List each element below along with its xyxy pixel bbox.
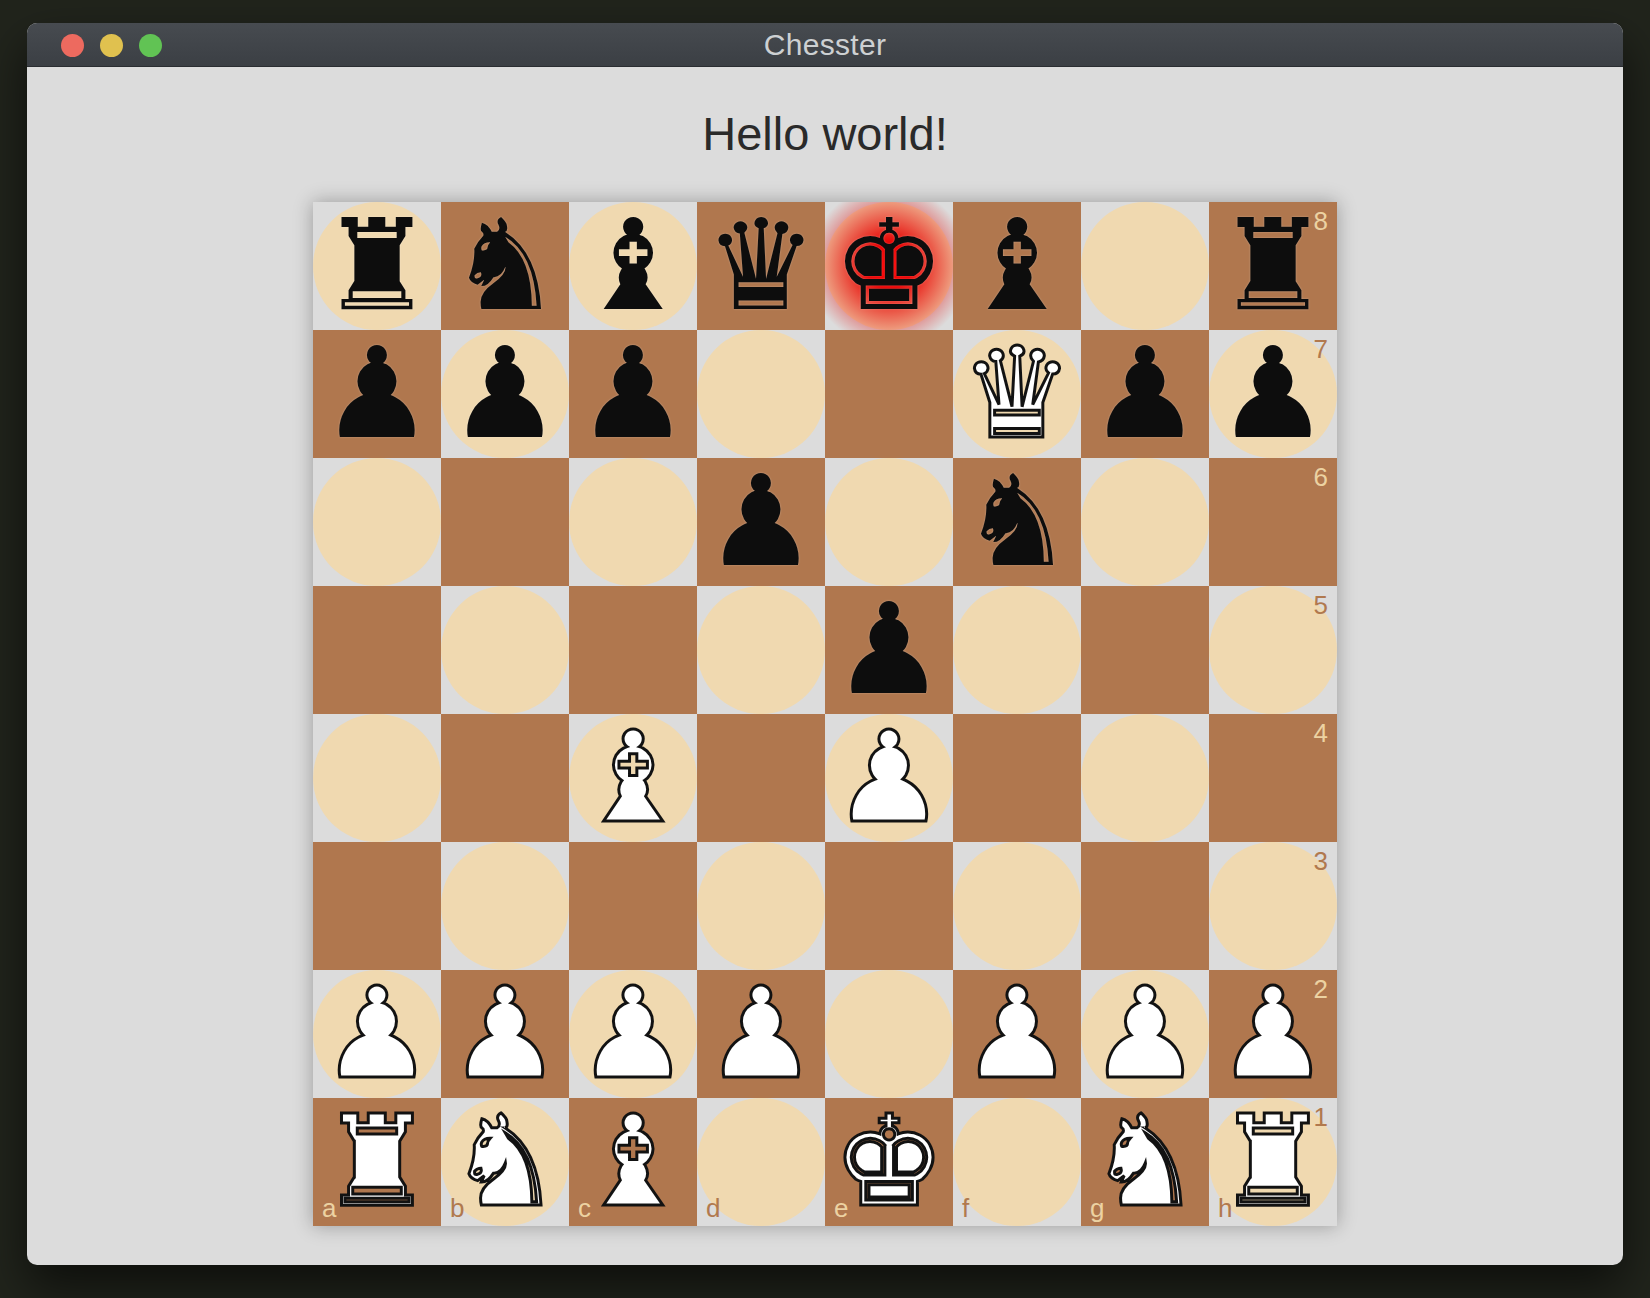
coord-rank-6: 6 [1314, 464, 1328, 490]
piece-black-rook[interactable]: ♜ [321, 202, 434, 330]
piece-black-pawn[interactable]: ♟ [1217, 330, 1330, 458]
square-e1[interactable]: e♚ [825, 1098, 953, 1226]
square-g8[interactable] [1081, 202, 1209, 330]
coord-file-a: a [322, 1195, 336, 1221]
piece-black-king[interactable]: ♚ [833, 202, 946, 330]
square-c6[interactable] [569, 458, 697, 586]
square-c7[interactable]: ♟ [569, 330, 697, 458]
square-a7[interactable]: ♟ [313, 330, 441, 458]
square-h8[interactable]: 8♜ [1209, 202, 1337, 330]
piece-white-pawn[interactable]: ♟ [833, 714, 946, 842]
square-e6[interactable] [825, 458, 953, 586]
square-c5[interactable] [569, 586, 697, 714]
square-h3[interactable]: 3 [1209, 842, 1337, 970]
piece-white-knight[interactable]: ♞ [1089, 1098, 1202, 1226]
square-e5[interactable]: ♟ [825, 586, 953, 714]
zoom-button[interactable] [139, 34, 162, 57]
app-window: Chesster Hello world! ♜♞♝♛♚♝8♜♟♟♟♛♟7♟♟♞6… [27, 23, 1623, 1265]
piece-black-pawn[interactable]: ♟ [449, 330, 562, 458]
square-d3[interactable] [697, 842, 825, 970]
close-button[interactable] [61, 34, 84, 57]
coord-file-b: b [450, 1195, 464, 1221]
coord-rank-8: 8 [1314, 208, 1328, 234]
chess-board: ♜♞♝♛♚♝8♜♟♟♟♛♟7♟♟♞6♟5♝♟43♟♟♟♟♟♟2♟a♜b♞c♝de… [313, 202, 1337, 1226]
desktop-background: Chesster Hello world! ♜♞♝♛♚♝8♜♟♟♟♛♟7♟♟♞6… [0, 0, 1650, 1298]
piece-white-rook[interactable]: ♜ [1217, 1098, 1330, 1226]
piece-white-king[interactable]: ♚ [833, 1098, 946, 1226]
square-h5[interactable]: 5 [1209, 586, 1337, 714]
piece-black-pawn[interactable]: ♟ [321, 330, 434, 458]
titlebar[interactable]: Chesster [27, 23, 1623, 67]
square-c4[interactable]: ♝ [569, 714, 697, 842]
piece-black-bishop[interactable]: ♝ [961, 202, 1074, 330]
coord-file-d: d [706, 1195, 720, 1221]
square-b4[interactable] [441, 714, 569, 842]
square-a1[interactable]: a♜ [313, 1098, 441, 1226]
square-c8[interactable]: ♝ [569, 202, 697, 330]
square-a4[interactable] [313, 714, 441, 842]
square-b8[interactable]: ♞ [441, 202, 569, 330]
square-a2[interactable]: ♟ [313, 970, 441, 1098]
square-h7[interactable]: 7♟ [1209, 330, 1337, 458]
square-g3[interactable] [1081, 842, 1209, 970]
square-h6[interactable]: 6 [1209, 458, 1337, 586]
coord-rank-5: 5 [1314, 592, 1328, 618]
piece-black-rook[interactable]: ♜ [1217, 202, 1330, 330]
square-g6[interactable] [1081, 458, 1209, 586]
coord-file-c: c [578, 1195, 591, 1221]
window-title: Chesster [764, 28, 886, 62]
square-e7[interactable] [825, 330, 953, 458]
piece-white-pawn[interactable]: ♟ [705, 970, 818, 1098]
coord-file-f: f [962, 1195, 969, 1221]
piece-white-queen[interactable]: ♛ [961, 330, 1074, 458]
square-f1[interactable]: f [953, 1098, 1081, 1226]
square-f8[interactable]: ♝ [953, 202, 1081, 330]
square-d1[interactable]: d [697, 1098, 825, 1226]
square-b6[interactable] [441, 458, 569, 586]
coord-rank-7: 7 [1314, 336, 1328, 362]
square-d5[interactable] [697, 586, 825, 714]
square-d2[interactable]: ♟ [697, 970, 825, 1098]
minimize-button[interactable] [100, 34, 123, 57]
piece-white-knight[interactable]: ♞ [449, 1098, 562, 1226]
window-content: Hello world! ♜♞♝♛♚♝8♜♟♟♟♛♟7♟♟♞6♟5♝♟43♟♟♟… [27, 67, 1623, 1264]
piece-white-pawn[interactable]: ♟ [1217, 970, 1330, 1098]
square-g4[interactable] [1081, 714, 1209, 842]
page-title: Hello world! [27, 67, 1623, 160]
square-h2[interactable]: 2♟ [1209, 970, 1337, 1098]
square-f6[interactable]: ♞ [953, 458, 1081, 586]
piece-white-pawn[interactable]: ♟ [449, 970, 562, 1098]
square-b7[interactable]: ♟ [441, 330, 569, 458]
square-g7[interactable]: ♟ [1081, 330, 1209, 458]
square-c2[interactable]: ♟ [569, 970, 697, 1098]
piece-white-bishop[interactable]: ♝ [577, 1098, 690, 1226]
coord-rank-2: 2 [1314, 976, 1328, 1002]
square-f3[interactable] [953, 842, 1081, 970]
square-b1[interactable]: b♞ [441, 1098, 569, 1226]
piece-black-pawn[interactable]: ♟ [833, 586, 946, 714]
square-d8[interactable]: ♛ [697, 202, 825, 330]
square-a6[interactable] [313, 458, 441, 586]
coord-file-e: e [834, 1195, 848, 1221]
square-b2[interactable]: ♟ [441, 970, 569, 1098]
piece-black-pawn[interactable]: ♟ [577, 330, 690, 458]
piece-black-pawn[interactable]: ♟ [1089, 330, 1202, 458]
square-e3[interactable] [825, 842, 953, 970]
square-c1[interactable]: c♝ [569, 1098, 697, 1226]
piece-white-rook[interactable]: ♜ [321, 1098, 434, 1226]
piece-white-pawn[interactable]: ♟ [577, 970, 690, 1098]
square-e8[interactable]: ♚ [825, 202, 953, 330]
piece-white-pawn[interactable]: ♟ [321, 970, 434, 1098]
square-h4[interactable]: 4 [1209, 714, 1337, 842]
piece-white-bishop[interactable]: ♝ [577, 714, 690, 842]
coord-rank-1: 1 [1314, 1104, 1328, 1130]
piece-black-queen[interactable]: ♛ [705, 202, 818, 330]
square-d4[interactable] [697, 714, 825, 842]
square-a8[interactable]: ♜ [313, 202, 441, 330]
piece-white-pawn[interactable]: ♟ [1089, 970, 1202, 1098]
square-h1[interactable]: 1h♜ [1209, 1098, 1337, 1226]
coord-file-g: g [1090, 1195, 1104, 1221]
square-d7[interactable] [697, 330, 825, 458]
square-a3[interactable] [313, 842, 441, 970]
square-g2[interactable]: ♟ [1081, 970, 1209, 1098]
square-f5[interactable] [953, 586, 1081, 714]
window-controls [61, 23, 162, 67]
square-g5[interactable] [1081, 586, 1209, 714]
square-b3[interactable] [441, 842, 569, 970]
square-f2[interactable]: ♟ [953, 970, 1081, 1098]
square-c3[interactable] [569, 842, 697, 970]
square-b5[interactable] [441, 586, 569, 714]
coord-rank-3: 3 [1314, 848, 1328, 874]
square-d6[interactable]: ♟ [697, 458, 825, 586]
square-a5[interactable] [313, 586, 441, 714]
coord-file-h: h [1218, 1195, 1232, 1221]
piece-black-knight[interactable]: ♞ [449, 202, 562, 330]
square-g1[interactable]: g♞ [1081, 1098, 1209, 1226]
piece-white-pawn[interactable]: ♟ [961, 970, 1074, 1098]
square-e2[interactable] [825, 970, 953, 1098]
piece-black-knight[interactable]: ♞ [961, 458, 1074, 586]
square-f4[interactable] [953, 714, 1081, 842]
piece-black-bishop[interactable]: ♝ [577, 202, 690, 330]
square-e4[interactable]: ♟ [825, 714, 953, 842]
coord-rank-4: 4 [1314, 720, 1328, 746]
square-f7[interactable]: ♛ [953, 330, 1081, 458]
piece-black-pawn[interactable]: ♟ [705, 458, 818, 586]
